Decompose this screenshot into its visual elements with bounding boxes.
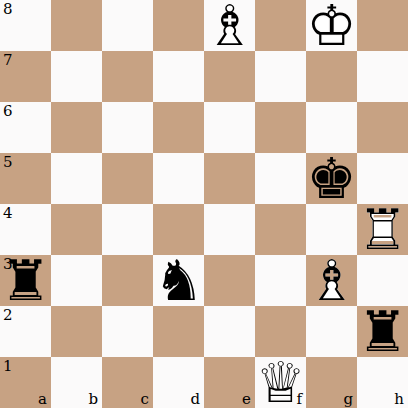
square-c6[interactable] (102, 102, 153, 153)
square-h6[interactable] (357, 102, 408, 153)
square-f5[interactable] (255, 153, 306, 204)
square-e6[interactable] (204, 102, 255, 153)
square-c4[interactable] (102, 204, 153, 255)
rank-label-1: 1 (3, 359, 13, 374)
rank-label-5: 5 (3, 155, 13, 170)
file-label-h: h (394, 392, 404, 407)
square-b4[interactable] (51, 204, 102, 255)
square-e4[interactable] (204, 204, 255, 255)
rank-label-8: 8 (3, 2, 13, 17)
square-h4[interactable]: ♜♖ (357, 204, 408, 255)
bishop-icon: ♗ (306, 255, 356, 306)
square-a5[interactable]: 5 (0, 153, 51, 204)
square-a7[interactable]: 7 (0, 51, 51, 102)
square-g2[interactable] (306, 306, 357, 357)
square-c8[interactable] (102, 0, 153, 51)
file-label-e: e (242, 392, 251, 407)
square-b2[interactable] (51, 306, 102, 357)
square-d3[interactable]: ♞ (153, 255, 204, 306)
square-c7[interactable] (102, 51, 153, 102)
king-icon: ♔ (306, 0, 356, 51)
rook-icon: ♜ (357, 306, 407, 357)
square-h7[interactable] (357, 51, 408, 102)
square-b6[interactable] (51, 102, 102, 153)
piece-black-knight-d3[interactable]: ♞ (153, 255, 204, 306)
square-c2[interactable] (102, 306, 153, 357)
square-h8[interactable] (357, 0, 408, 51)
rank-label-4: 4 (3, 206, 13, 221)
chess-board: 8♝♗♚♔765♚4♜♖3♜♞♝♗2♜1abcdef♛♕gh (0, 0, 408, 408)
square-e2[interactable] (204, 306, 255, 357)
square-a1[interactable]: 1a (0, 357, 51, 408)
file-label-b: b (88, 392, 98, 407)
square-f1[interactable]: f♛♕ (255, 357, 306, 408)
square-c5[interactable] (102, 153, 153, 204)
piece-black-rook-h2[interactable]: ♜ (357, 306, 408, 357)
square-b7[interactable] (51, 51, 102, 102)
square-e5[interactable] (204, 153, 255, 204)
file-label-a: a (38, 392, 47, 407)
square-g7[interactable] (306, 51, 357, 102)
piece-white-bishop-g3[interactable]: ♝♗ (306, 255, 357, 306)
square-a8[interactable]: 8 (0, 0, 51, 51)
rank-label-6: 6 (3, 104, 13, 119)
bishop-icon: ♗ (204, 0, 254, 51)
piece-white-rook-h4[interactable]: ♜♖ (357, 204, 408, 255)
square-h1[interactable]: h (357, 357, 408, 408)
square-e8[interactable]: ♝♗ (204, 0, 255, 51)
square-d2[interactable] (153, 306, 204, 357)
rank-label-2: 2 (3, 308, 13, 323)
square-a6[interactable]: 6 (0, 102, 51, 153)
file-label-g: g (343, 392, 353, 407)
square-c3[interactable] (102, 255, 153, 306)
square-a2[interactable]: 2 (0, 306, 51, 357)
square-f6[interactable] (255, 102, 306, 153)
square-a3[interactable]: 3♜ (0, 255, 51, 306)
rank-label-3: 3 (3, 257, 13, 272)
square-h2[interactable]: ♜ (357, 306, 408, 357)
rank-label-7: 7 (3, 53, 13, 68)
square-f8[interactable] (255, 0, 306, 51)
square-b1[interactable]: b (51, 357, 102, 408)
square-b8[interactable] (51, 0, 102, 51)
square-d5[interactable] (153, 153, 204, 204)
square-b3[interactable] (51, 255, 102, 306)
square-d8[interactable] (153, 0, 204, 51)
square-g3[interactable]: ♝♗ (306, 255, 357, 306)
square-d1[interactable]: d (153, 357, 204, 408)
square-f3[interactable] (255, 255, 306, 306)
square-e7[interactable] (204, 51, 255, 102)
piece-black-king-g5[interactable]: ♚ (306, 153, 357, 204)
piece-white-king-g8[interactable]: ♚♔ (306, 0, 357, 51)
square-f4[interactable] (255, 204, 306, 255)
square-f7[interactable] (255, 51, 306, 102)
king-icon: ♚ (306, 153, 356, 204)
square-e3[interactable] (204, 255, 255, 306)
knight-icon: ♞ (153, 255, 203, 306)
piece-white-bishop-e8[interactable]: ♝♗ (204, 0, 255, 51)
square-c1[interactable]: c (102, 357, 153, 408)
rook-icon: ♖ (357, 204, 407, 255)
square-g1[interactable]: g (306, 357, 357, 408)
file-label-d: d (190, 392, 200, 407)
square-g5[interactable]: ♚ (306, 153, 357, 204)
file-label-c: c (141, 392, 149, 407)
square-e1[interactable]: e (204, 357, 255, 408)
file-label-f: f (296, 392, 302, 407)
square-d6[interactable] (153, 102, 204, 153)
square-b5[interactable] (51, 153, 102, 204)
square-d7[interactable] (153, 51, 204, 102)
square-g8[interactable]: ♚♔ (306, 0, 357, 51)
